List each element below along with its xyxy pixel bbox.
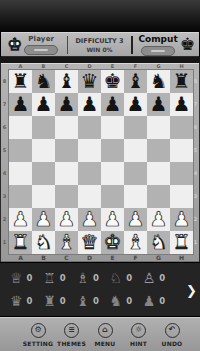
themes-label: THEMES	[57, 340, 86, 347]
square-f1[interactable]: ♝	[124, 231, 147, 254]
captured-count: 0	[60, 273, 66, 283]
home-icon: ⌂	[98, 323, 113, 338]
difficulty-panel: DIFFICULTY 3 WIN 0%	[68, 37, 131, 53]
square-d7[interactable]: ♟	[78, 93, 101, 116]
square-d1[interactable]: ♛	[78, 231, 101, 254]
black-piece-q: ♛	[81, 70, 99, 93]
black-pawn-icon: ♟	[143, 292, 156, 310]
captured-count: 0	[93, 296, 99, 306]
captured-black-rook: ♜0	[43, 291, 76, 311]
black-bishop-icon: ♝	[76, 292, 89, 310]
captured-black-pawn: ♟0	[143, 291, 176, 311]
lightbulb-icon: ☼	[131, 323, 146, 338]
black-piece-b: ♝	[127, 70, 145, 93]
square-a4[interactable]	[9, 162, 32, 185]
setting-button[interactable]: ⚙SETTING	[22, 323, 54, 347]
square-a7[interactable]: ♟	[9, 93, 32, 116]
square-d6[interactable]	[78, 116, 101, 139]
white-pawn-icon: ♙	[143, 269, 156, 287]
black-piece-p: ♟	[58, 93, 76, 116]
white-piece-b: ♝	[58, 231, 76, 254]
white-piece-p: ♟	[173, 208, 191, 231]
square-b8[interactable]: ♞	[32, 70, 55, 93]
square-c2[interactable]: ♟	[55, 208, 78, 231]
square-g7[interactable]: ♟	[147, 93, 170, 116]
gear-icon: ⚙	[31, 323, 46, 338]
player-clock-pill	[24, 45, 58, 55]
black-piece-b: ♝	[58, 70, 76, 93]
square-c3[interactable]	[55, 185, 78, 208]
square-e3[interactable]	[101, 185, 124, 208]
square-b6[interactable]	[32, 116, 55, 139]
square-a1[interactable]: ♜	[9, 231, 32, 254]
square-c5[interactable]	[55, 139, 78, 162]
square-c6[interactable]	[55, 116, 78, 139]
square-f8[interactable]: ♝	[124, 70, 147, 93]
square-f5[interactable]	[124, 139, 147, 162]
black-piece-r: ♜	[173, 70, 191, 93]
square-g6[interactable]	[147, 116, 170, 139]
white-piece-q: ♛	[81, 231, 99, 254]
square-d5[interactable]	[78, 139, 101, 162]
black-knight-icon: ♞	[110, 292, 123, 310]
captured-white-knight: ♘0	[110, 268, 143, 288]
captured-count: 0	[60, 296, 66, 306]
square-e8[interactable]: ♚	[101, 70, 124, 93]
computer-clock-pill	[141, 46, 175, 56]
square-c7[interactable]: ♟	[55, 93, 78, 116]
captured-black-knight: ♞0	[110, 291, 143, 311]
square-h3[interactable]	[170, 185, 193, 208]
square-d3[interactable]	[78, 185, 101, 208]
square-g3[interactable]	[147, 185, 170, 208]
board-frame: ABCDEFGH 87654321 ♜♞♝♛♚♝♞♜♟♟♟♟♟♟♟♟♟♟♟♟♟♟…	[0, 63, 200, 262]
square-a6[interactable]	[9, 116, 32, 139]
white-piece-p: ♟	[127, 208, 145, 231]
square-h1[interactable]: ♜	[170, 231, 193, 254]
menu-label: MENU	[95, 340, 116, 347]
black-piece-r: ♜	[12, 70, 30, 93]
square-c8[interactable]: ♝	[55, 70, 78, 93]
square-e1[interactable]: ♚	[101, 231, 124, 254]
chess-app: ♚ Player DIFFICULTY 3 WIN 0% Comput ♚ AB…	[0, 0, 200, 351]
file-labels-bottom: ABCDEFGH	[9, 253, 193, 262]
captured-count: 0	[93, 273, 99, 283]
square-d4[interactable]	[78, 162, 101, 185]
captured-count: 0	[27, 273, 33, 283]
file-labels-top: ABCDEFGH	[9, 63, 193, 69]
square-e5[interactable]	[101, 139, 124, 162]
square-a5[interactable]	[9, 139, 32, 162]
undo-label: UNDO	[162, 340, 183, 347]
captured-count: 0	[159, 273, 165, 283]
white-queen-icon: ♕	[10, 269, 23, 287]
square-a2[interactable]: ♟	[9, 208, 32, 231]
black-piece-p: ♟	[173, 93, 191, 116]
top-dark-space	[0, 0, 200, 32]
computer-panel: Comput ♚	[133, 34, 199, 56]
black-king-icon: ♚	[180, 36, 195, 53]
square-g2[interactable]: ♟	[147, 208, 170, 231]
themes-button[interactable]: ≡THEMES	[56, 323, 88, 347]
tray-expand-chevron-icon[interactable]: ❯	[186, 282, 197, 297]
white-piece-p: ♟	[12, 208, 30, 231]
square-d2[interactable]: ♟	[78, 208, 101, 231]
square-g8[interactable]: ♞	[147, 70, 170, 93]
square-f7[interactable]: ♟	[124, 93, 147, 116]
square-h8[interactable]: ♜	[170, 70, 193, 93]
white-king-icon: ♚	[7, 36, 22, 53]
captured-count: 0	[159, 296, 165, 306]
player-panel: ♚ Player	[1, 35, 67, 55]
square-e7[interactable]: ♟	[101, 93, 124, 116]
setting-label: SETTING	[23, 340, 53, 347]
chess-board[interactable]: ♜♞♝♛♚♝♞♜♟♟♟♟♟♟♟♟♟♟♟♟♟♟♟♟♜♞♝♛♚♝♞♜	[8, 69, 194, 255]
black-piece-n: ♞	[35, 70, 53, 93]
square-g4[interactable]	[147, 162, 170, 185]
square-b4[interactable]	[32, 162, 55, 185]
square-f6[interactable]	[124, 116, 147, 139]
hint-label: HINT	[130, 340, 147, 347]
captured-count: 0	[126, 273, 132, 283]
rank-labels-right: 87654321	[192, 69, 199, 253]
captured-count: 0	[27, 296, 33, 306]
black-piece-p: ♟	[127, 93, 145, 116]
square-c4[interactable]	[55, 162, 78, 185]
captured-black-queen: ♛0	[10, 291, 43, 311]
white-piece-k: ♚	[104, 231, 122, 254]
white-piece-r: ♜	[173, 231, 191, 254]
hint-button[interactable]: ☼HINT	[123, 323, 155, 347]
black-queen-icon: ♛	[10, 292, 23, 310]
white-knight-icon: ♘	[110, 269, 123, 287]
black-piece-k: ♚	[104, 70, 122, 93]
square-b7[interactable]: ♟	[32, 93, 55, 116]
rank-labels-left: 87654321	[1, 69, 8, 253]
black-piece-p: ♟	[35, 93, 53, 116]
captured-black-bishop: ♝0	[76, 291, 109, 311]
square-e2[interactable]: ♟	[101, 208, 124, 231]
white-piece-p: ♟	[104, 208, 122, 231]
black-piece-p: ♟	[12, 93, 30, 116]
black-piece-p: ♟	[104, 93, 122, 116]
square-b5[interactable]	[32, 139, 55, 162]
captured-pieces-grid: ♕0♖0♗0♘0♙0♛0♜0♝0♞0♟0	[10, 268, 176, 311]
white-piece-p: ♟	[81, 208, 99, 231]
bottom-toolbar: ⚙SETTING≡THEMES⌂MENU☼HINT↶UNDO	[0, 317, 200, 351]
white-piece-p: ♟	[58, 208, 76, 231]
undo-button[interactable]: ↶UNDO	[156, 323, 188, 347]
square-h2[interactable]: ♟	[170, 208, 193, 231]
captured-white-rook: ♖0	[43, 268, 76, 288]
square-b1[interactable]: ♞	[32, 231, 55, 254]
black-piece-p: ♟	[81, 93, 99, 116]
white-piece-b: ♝	[127, 231, 145, 254]
square-a3[interactable]	[9, 185, 32, 208]
white-piece-p: ♟	[150, 208, 168, 231]
undo-arrow-icon: ↶	[165, 323, 180, 338]
captured-pieces-tray: ♕0♖0♗0♘0♙0♛0♜0♝0♞0♟0 ❯	[0, 262, 200, 317]
white-piece-n: ♞	[150, 231, 168, 254]
captured-white-bishop: ♗0	[76, 268, 109, 288]
black-piece-n: ♞	[150, 70, 168, 93]
square-f4[interactable]	[124, 162, 147, 185]
square-h5[interactable]	[170, 139, 193, 162]
white-piece-p: ♟	[35, 208, 53, 231]
captured-count: 0	[126, 296, 132, 306]
square-b3[interactable]	[32, 185, 55, 208]
square-d8[interactable]: ♛	[78, 70, 101, 93]
win-percent-text: WIN 0%	[86, 46, 112, 53]
player-label: Player	[28, 35, 54, 43]
white-rook-icon: ♖	[43, 269, 56, 287]
square-f3[interactable]	[124, 185, 147, 208]
captured-white-queen: ♕0	[10, 268, 43, 288]
square-a8[interactable]: ♜	[9, 70, 32, 93]
layers-icon: ≡	[64, 323, 79, 338]
square-h7[interactable]: ♟	[170, 93, 193, 116]
square-h6[interactable]	[170, 116, 193, 139]
black-rook-icon: ♜	[43, 292, 56, 310]
square-h4[interactable]	[170, 162, 193, 185]
square-c1[interactable]: ♝	[55, 231, 78, 254]
menu-button[interactable]: ⌂MENU	[89, 323, 121, 347]
square-f2[interactable]: ♟	[124, 208, 147, 231]
captured-white-pawn: ♙0	[143, 268, 176, 288]
white-piece-n: ♞	[35, 231, 53, 254]
white-bishop-icon: ♗	[76, 269, 89, 287]
black-piece-p: ♟	[150, 93, 168, 116]
difficulty-text: DIFFICULTY 3	[75, 37, 123, 45]
square-e6[interactable]	[101, 116, 124, 139]
square-e4[interactable]	[101, 162, 124, 185]
computer-label: Comput	[138, 34, 177, 44]
game-header: ♚ Player DIFFICULTY 3 WIN 0% Comput ♚	[1, 32, 199, 57]
white-piece-r: ♜	[12, 231, 30, 254]
square-g1[interactable]: ♞	[147, 231, 170, 254]
square-b2[interactable]: ♟	[32, 208, 55, 231]
square-g5[interactable]	[147, 139, 170, 162]
